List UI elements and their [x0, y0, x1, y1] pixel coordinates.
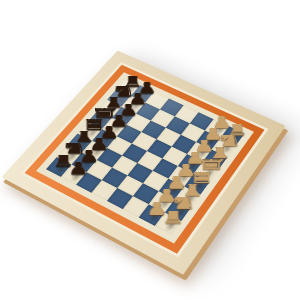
frame-inner-trim: ♜♞♝♛♚♝♞♜♟♟♟♟♟♟♟♟♟♟♟♟♟♟♟♟♜♞♝♛♚♝♞♜	[20, 62, 268, 257]
piece-black-pawn-a7[interactable]: ♟	[68, 156, 88, 179]
orange-border-band: ♜♞♝♛♚♝♞♜♟♟♟♟♟♟♟♟♟♟♟♟♟♟♟♟♜♞♝♛♚♝♞♜	[25, 65, 265, 254]
cream-margin: ♜♞♝♛♚♝♞♜♟♟♟♟♟♟♟♟♟♟♟♟♟♟♟♟♜♞♝♛♚♝♞♜	[36, 72, 254, 243]
board-grid: ♜♞♝♛♚♝♞♜♟♟♟♟♟♟♟♟♟♟♟♟♟♟♟♟♜♞♝♛♚♝♞♜	[46, 79, 245, 235]
chess-board: ♜♞♝♛♚♝♞♜♟♟♟♟♟♟♟♟♟♟♟♟♟♟♟♟♜♞♝♛♚♝♞♜	[2, 50, 286, 274]
photo-background: ♜♞♝♛♚♝♞♜♟♟♟♟♟♟♟♟♟♟♟♟♟♟♟♟♜♞♝♛♚♝♞♜	[0, 0, 300, 300]
piece-white-rook-a1[interactable]: ♜	[161, 201, 185, 228]
